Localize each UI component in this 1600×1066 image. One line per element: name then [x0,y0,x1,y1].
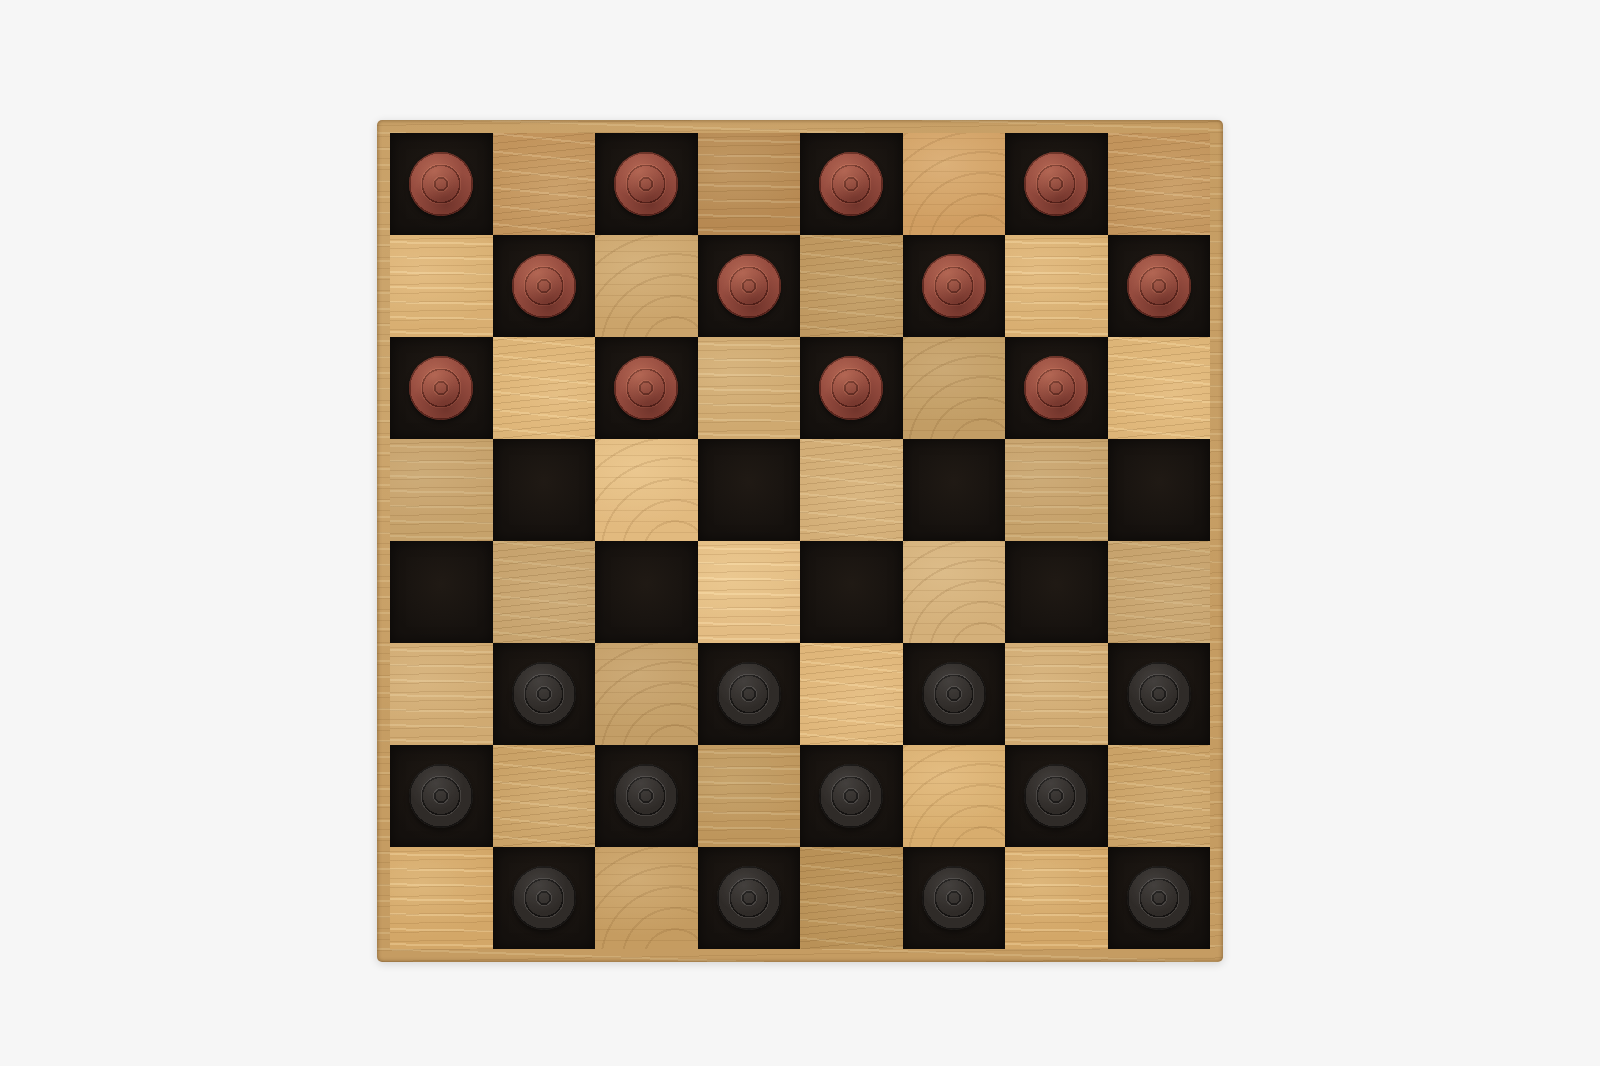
square-r4c7 [1005,439,1108,541]
black-man-glyph: ● [1024,764,1088,828]
square-r3c2 [493,337,596,439]
square-r6c3 [595,643,698,745]
red-man-glyph: ● [512,254,576,318]
red-man[interactable]: ● [819,152,883,216]
square-r7c2 [493,745,596,847]
square-r7c7[interactable]: ● [1005,745,1108,847]
square-r4c5 [800,439,903,541]
square-r1c3[interactable]: ● [595,133,698,235]
square-r4c4[interactable] [698,439,801,541]
square-r2c6[interactable]: ● [903,235,1006,337]
square-r3c4 [698,337,801,439]
black-man[interactable]: ● [1127,866,1191,930]
square-r8c7 [1005,847,1108,949]
red-man-glyph: ● [409,356,473,420]
black-man-glyph: ● [819,764,883,828]
red-man[interactable]: ● [1127,254,1191,318]
square-r2c5 [800,235,903,337]
square-r2c1 [390,235,493,337]
red-man[interactable]: ● [819,356,883,420]
square-r1c4 [698,133,801,235]
square-r3c3[interactable]: ● [595,337,698,439]
red-man[interactable]: ● [614,356,678,420]
square-r3c1[interactable]: ● [390,337,493,439]
square-r7c3[interactable]: ● [595,745,698,847]
square-r1c6 [903,133,1006,235]
black-man[interactable]: ● [1024,764,1088,828]
red-man-glyph: ● [614,152,678,216]
red-man[interactable]: ● [1024,152,1088,216]
square-r8c2[interactable]: ● [493,847,596,949]
checkers-board: ●●●●●●●●●●●●●●●●●●●●●●●● [377,120,1223,962]
red-man-glyph: ● [922,254,986,318]
square-r5c7[interactable] [1005,541,1108,643]
red-man-glyph: ● [717,254,781,318]
black-man-glyph: ● [1127,662,1191,726]
square-r3c5[interactable]: ● [800,337,903,439]
red-man-glyph: ● [1127,254,1191,318]
square-r6c2[interactable]: ● [493,643,596,745]
square-r1c2 [493,133,596,235]
red-man[interactable]: ● [409,356,473,420]
red-man-glyph: ● [1024,356,1088,420]
black-man[interactable]: ● [512,866,576,930]
square-r7c4 [698,745,801,847]
black-man[interactable]: ● [1127,662,1191,726]
red-man-glyph: ● [819,152,883,216]
red-man[interactable]: ● [614,152,678,216]
black-man-glyph: ● [717,662,781,726]
square-r5c5[interactable] [800,541,903,643]
square-r8c6[interactable]: ● [903,847,1006,949]
square-r5c3[interactable] [595,541,698,643]
black-man[interactable]: ● [614,764,678,828]
square-r5c1[interactable] [390,541,493,643]
square-r5c4 [698,541,801,643]
red-man-glyph: ● [819,356,883,420]
square-r4c8[interactable] [1108,439,1211,541]
square-r3c8 [1108,337,1211,439]
square-r2c3 [595,235,698,337]
black-man[interactable]: ● [512,662,576,726]
square-r5c2 [493,541,596,643]
square-r2c8[interactable]: ● [1108,235,1211,337]
square-r6c4[interactable]: ● [698,643,801,745]
black-man[interactable]: ● [922,662,986,726]
black-man-glyph: ● [717,866,781,930]
black-man[interactable]: ● [409,764,473,828]
square-r4c3 [595,439,698,541]
square-r1c7[interactable]: ● [1005,133,1108,235]
black-man-glyph: ● [614,764,678,828]
square-r1c1[interactable]: ● [390,133,493,235]
square-r6c5 [800,643,903,745]
red-man[interactable]: ● [409,152,473,216]
red-man[interactable]: ● [1024,356,1088,420]
black-man-glyph: ● [922,866,986,930]
square-r8c4[interactable]: ● [698,847,801,949]
black-man[interactable]: ● [717,866,781,930]
square-r6c6[interactable]: ● [903,643,1006,745]
square-r8c1 [390,847,493,949]
square-r2c4[interactable]: ● [698,235,801,337]
black-man-glyph: ● [512,662,576,726]
red-man[interactable]: ● [717,254,781,318]
black-man[interactable]: ● [922,866,986,930]
square-r7c1[interactable]: ● [390,745,493,847]
board-grid: ●●●●●●●●●●●●●●●●●●●●●●●● [390,133,1210,949]
black-man[interactable]: ● [717,662,781,726]
black-man-glyph: ● [409,764,473,828]
square-r1c5[interactable]: ● [800,133,903,235]
square-r2c7 [1005,235,1108,337]
square-r8c3 [595,847,698,949]
red-man-glyph: ● [1024,152,1088,216]
square-r3c6 [903,337,1006,439]
square-r6c1 [390,643,493,745]
square-r6c8[interactable]: ● [1108,643,1211,745]
square-r5c6 [903,541,1006,643]
black-man-glyph: ● [512,866,576,930]
black-man[interactable]: ● [819,764,883,828]
red-man-glyph: ● [614,356,678,420]
square-r8c5 [800,847,903,949]
black-man-glyph: ● [922,662,986,726]
square-r7c6 [903,745,1006,847]
square-r8c8[interactable]: ● [1108,847,1211,949]
black-man-glyph: ● [1127,866,1191,930]
square-r3c7[interactable]: ● [1005,337,1108,439]
square-r2c2[interactable]: ● [493,235,596,337]
square-r4c6[interactable] [903,439,1006,541]
square-r4c1 [390,439,493,541]
square-r4c2[interactable] [493,439,596,541]
square-r5c8 [1108,541,1211,643]
red-man-glyph: ● [409,152,473,216]
red-man[interactable]: ● [512,254,576,318]
square-r7c5[interactable]: ● [800,745,903,847]
red-man[interactable]: ● [922,254,986,318]
square-r6c7 [1005,643,1108,745]
photo-canvas: ●●●●●●●●●●●●●●●●●●●●●●●● [0,0,1600,1066]
square-r1c8 [1108,133,1211,235]
square-r7c8 [1108,745,1211,847]
